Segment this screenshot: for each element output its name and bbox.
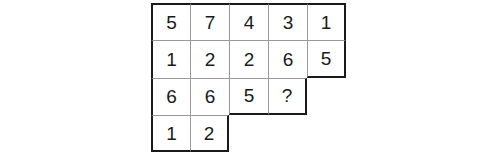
board-row-2: 12265 (151, 40, 346, 77)
cell-r2c4: 6 (268, 40, 307, 77)
board-row-3: 665? (151, 78, 346, 115)
cell-r1c2: 7 (190, 3, 229, 40)
cell-r2c1: 1 (151, 40, 190, 77)
cell-r2c3: 2 (229, 40, 268, 77)
cell-r1c1: 5 (151, 3, 190, 40)
cell-r3c1: 6 (151, 78, 190, 115)
cell-r2c2: 2 (190, 40, 229, 77)
puzzle-board: 5743112265665?12 (151, 3, 346, 152)
cell-r3c3: 5 (229, 78, 268, 115)
board-row-4: 12 (151, 115, 346, 152)
cell-r3c2: 6 (190, 78, 229, 115)
cell-r1c4: 3 (268, 3, 307, 40)
cell-r4c1: 1 (151, 115, 190, 152)
board-row-1: 57431 (151, 3, 346, 40)
missing-value-cell: ? (268, 78, 307, 115)
cell-r2c5: 5 (307, 40, 346, 77)
cell-r1c5: 1 (307, 3, 346, 40)
cell-r4c2: 2 (190, 115, 229, 152)
cell-r1c3: 4 (229, 3, 268, 40)
